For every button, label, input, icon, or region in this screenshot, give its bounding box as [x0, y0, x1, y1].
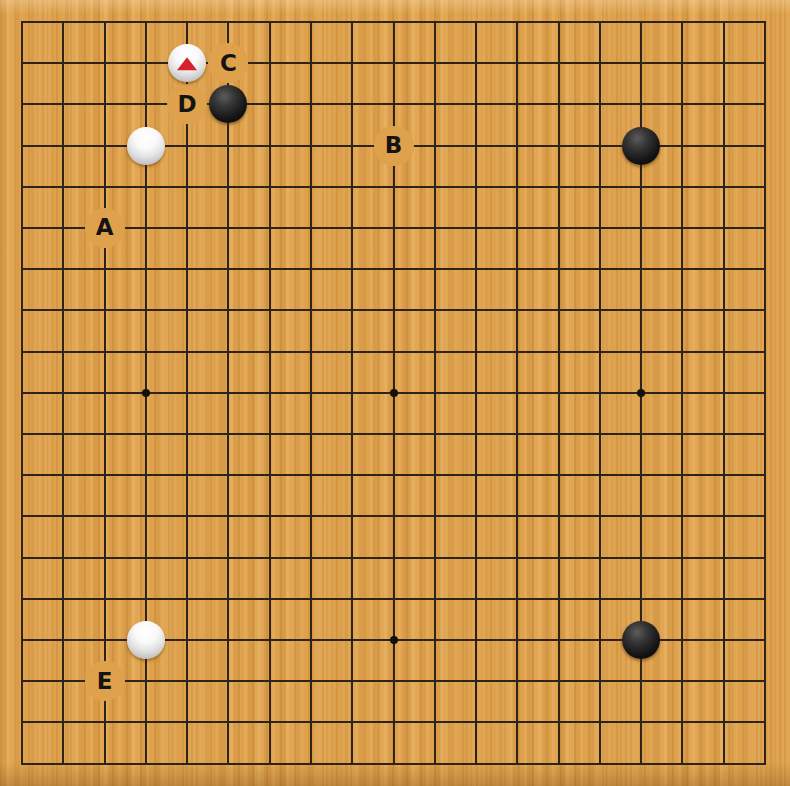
stone-white-D16[interactable] — [127, 127, 165, 165]
triangle-marker-icon — [177, 57, 197, 70]
stone-black-Q4[interactable] — [622, 621, 660, 659]
stone-black-Q16[interactable] — [622, 127, 660, 165]
stone-black-F17[interactable] — [209, 85, 247, 123]
stone-white-D4[interactable] — [127, 621, 165, 659]
stones — [0, 0, 790, 786]
stone-white-E18[interactable] — [168, 44, 206, 82]
go-board[interactable]: ABCDE — [0, 0, 790, 786]
